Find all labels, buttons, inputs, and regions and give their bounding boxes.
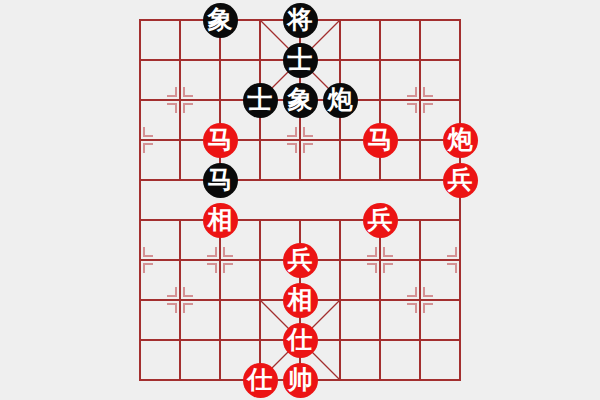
xiangqi-board: 象将士士象炮马马马炮兵相兵兵相仕仕帅 [0, 0, 600, 400]
piece-black-elephant[interactable]: 象 [283, 83, 318, 118]
piece-red-elephant[interactable]: 相 [283, 283, 318, 318]
piece-black-advisor[interactable]: 士 [283, 43, 318, 78]
piece-black-general[interactable]: 将 [283, 3, 318, 38]
piece-red-pawn[interactable]: 兵 [363, 203, 398, 238]
piece-red-pawn[interactable]: 兵 [443, 163, 478, 198]
piece-red-general[interactable]: 帅 [283, 363, 318, 398]
piece-black-cannon[interactable]: 炮 [323, 83, 358, 118]
piece-black-elephant[interactable]: 象 [203, 3, 238, 38]
piece-red-cannon[interactable]: 炮 [443, 123, 478, 158]
piece-red-horse[interactable]: 马 [203, 123, 238, 158]
piece-black-horse[interactable]: 马 [203, 163, 238, 198]
piece-red-advisor[interactable]: 仕 [243, 363, 278, 398]
piece-grid: 象将士士象炮马马马炮兵相兵兵相仕仕帅 [120, 0, 480, 400]
piece-black-advisor[interactable]: 士 [243, 83, 278, 118]
piece-red-elephant[interactable]: 相 [203, 203, 238, 238]
piece-red-advisor[interactable]: 仕 [283, 323, 318, 358]
piece-red-horse[interactable]: 马 [363, 123, 398, 158]
piece-red-pawn[interactable]: 兵 [283, 243, 318, 278]
